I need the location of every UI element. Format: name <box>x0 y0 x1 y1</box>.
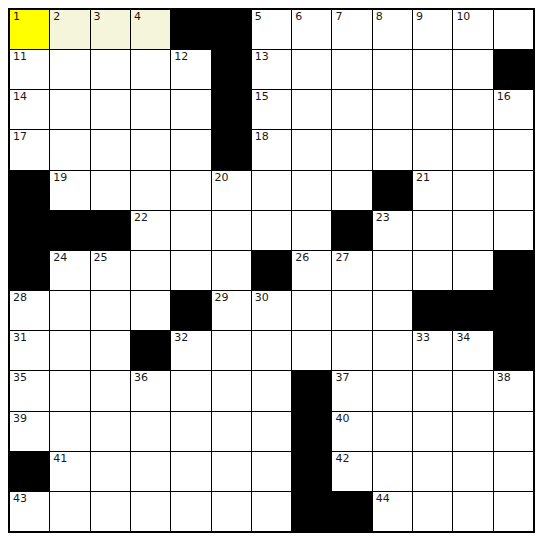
cell-r6c5[interactable] <box>171 211 210 250</box>
cell-r6c11[interactable] <box>413 211 452 250</box>
cell-r10c9[interactable]: 37 <box>332 371 371 410</box>
clue-number: 35 <box>13 372 27 385</box>
cell-r5c4[interactable] <box>131 171 170 210</box>
cell-r10c12[interactable] <box>453 371 492 410</box>
cell-r13c4[interactable] <box>131 492 170 531</box>
cell-r9c10[interactable] <box>373 331 412 370</box>
clue-number: 44 <box>376 493 390 506</box>
cell-r5c13[interactable] <box>494 171 533 210</box>
cell-r4c10[interactable] <box>373 130 412 169</box>
cell-r8c6[interactable]: 29 <box>212 291 251 330</box>
cell-r10c13[interactable]: 38 <box>494 371 533 410</box>
clue-number: 19 <box>53 172 67 185</box>
clue-number: 38 <box>497 372 511 385</box>
cell-r7c10[interactable] <box>373 251 412 290</box>
clue-number: 6 <box>295 11 302 24</box>
block-r7c7 <box>252 251 291 290</box>
clue-number: 28 <box>13 292 27 305</box>
cell-r3c9[interactable] <box>332 90 371 129</box>
cell-r4c2[interactable] <box>50 130 89 169</box>
clue-number: 10 <box>456 11 470 24</box>
cell-r3c8[interactable] <box>292 90 331 129</box>
cell-r1c3[interactable]: 3 <box>91 10 130 49</box>
cell-r2c8[interactable] <box>292 50 331 89</box>
block-r10c8 <box>292 371 331 410</box>
clue-number: 18 <box>255 131 269 144</box>
cell-r1c2[interactable]: 2 <box>50 10 89 49</box>
cell-r1c10[interactable]: 8 <box>373 10 412 49</box>
clue-number: 2 <box>53 11 60 24</box>
cell-r9c1[interactable]: 31 <box>10 331 49 370</box>
block-r13c9 <box>332 492 371 531</box>
clue-number: 3 <box>94 11 101 24</box>
block-r2c13 <box>494 50 533 89</box>
cell-r12c4[interactable] <box>131 452 170 491</box>
cell-r7c9[interactable]: 27 <box>332 251 371 290</box>
cell-r4c9[interactable] <box>332 130 371 169</box>
cell-r2c9[interactable] <box>332 50 371 89</box>
cell-r12c2[interactable]: 41 <box>50 452 89 491</box>
block-r2c6 <box>212 50 251 89</box>
cell-r1c9[interactable]: 7 <box>332 10 371 49</box>
cell-r7c2[interactable]: 24 <box>50 251 89 290</box>
clue-number: 8 <box>376 11 383 24</box>
clue-number: 25 <box>94 252 108 265</box>
clue-number: 33 <box>416 332 430 345</box>
cell-r9c7[interactable] <box>252 331 291 370</box>
cell-r1c7[interactable]: 5 <box>252 10 291 49</box>
clue-number: 31 <box>13 332 27 345</box>
cell-r5c3[interactable] <box>91 171 130 210</box>
cell-r9c12[interactable]: 34 <box>453 331 492 370</box>
cell-r4c13[interactable] <box>494 130 533 169</box>
block-r5c1 <box>10 171 49 210</box>
cell-r12c5[interactable] <box>171 452 210 491</box>
clue-number: 39 <box>13 413 27 426</box>
clue-number: 11 <box>13 51 27 64</box>
cell-r13c2[interactable] <box>50 492 89 531</box>
cell-r1c4[interactable]: 4 <box>131 10 170 49</box>
cell-r3c10[interactable] <box>373 90 412 129</box>
block-r3c6 <box>212 90 251 129</box>
cell-r12c7[interactable] <box>252 452 291 491</box>
clue-number: 29 <box>215 292 229 305</box>
cell-r1c12[interactable]: 10 <box>453 10 492 49</box>
block-r6c9 <box>332 211 371 250</box>
cell-r12c6[interactable] <box>212 452 251 491</box>
cell-r12c3[interactable] <box>91 452 130 491</box>
block-r1c6 <box>212 10 251 49</box>
cell-r13c7[interactable] <box>252 492 291 531</box>
cell-r7c12[interactable] <box>453 251 492 290</box>
cell-r3c4[interactable] <box>131 90 170 129</box>
cell-r11c2[interactable] <box>50 412 89 451</box>
cell-r6c4[interactable]: 22 <box>131 211 170 250</box>
cell-r6c10[interactable]: 23 <box>373 211 412 250</box>
cell-r7c8[interactable]: 26 <box>292 251 331 290</box>
cell-r4c11[interactable] <box>413 130 452 169</box>
block-r6c3 <box>91 211 130 250</box>
cell-r12c11[interactable] <box>413 452 452 491</box>
cell-r4c8[interactable] <box>292 130 331 169</box>
clue-number: 7 <box>335 11 342 24</box>
cell-r13c12[interactable] <box>453 492 492 531</box>
cell-r5c2[interactable]: 19 <box>50 171 89 210</box>
cell-r4c3[interactable] <box>91 130 130 169</box>
block-r13c8 <box>292 492 331 531</box>
selected-cell-r1c1[interactable]: 1 <box>10 10 49 49</box>
cell-r3c5[interactable] <box>171 90 210 129</box>
block-r5c10 <box>373 171 412 210</box>
cell-r7c3[interactable]: 25 <box>91 251 130 290</box>
cell-r11c13[interactable] <box>494 412 533 451</box>
cell-r5c7[interactable] <box>252 171 291 210</box>
clue-number: 9 <box>416 11 423 24</box>
cell-r2c12[interactable] <box>453 50 492 89</box>
cell-r3c7[interactable]: 15 <box>252 90 291 129</box>
block-r12c1 <box>10 452 49 491</box>
crossword-grid: 1234567891011121314151617181920212223242… <box>8 8 535 533</box>
cell-r5c6[interactable]: 20 <box>212 171 251 210</box>
cell-r5c11[interactable]: 21 <box>413 171 452 210</box>
cell-r2c1[interactable]: 11 <box>10 50 49 89</box>
cell-r6c13[interactable] <box>494 211 533 250</box>
clue-number: 42 <box>335 453 349 466</box>
cell-r7c11[interactable] <box>413 251 452 290</box>
cell-r13c13[interactable] <box>494 492 533 531</box>
cell-r4c12[interactable] <box>453 130 492 169</box>
cell-r8c9[interactable] <box>332 291 371 330</box>
block-r8c13 <box>494 291 533 330</box>
clue-number: 17 <box>13 131 27 144</box>
cell-r2c4[interactable] <box>131 50 170 89</box>
cell-r3c12[interactable] <box>453 90 492 129</box>
cell-r6c8[interactable] <box>292 211 331 250</box>
cell-r12c12[interactable] <box>453 452 492 491</box>
clue-number: 12 <box>174 51 188 64</box>
cell-r13c6[interactable] <box>212 492 251 531</box>
clue-number: 24 <box>53 252 67 265</box>
cell-r8c10[interactable] <box>373 291 412 330</box>
cell-r3c2[interactable] <box>50 90 89 129</box>
clue-number: 21 <box>416 172 430 185</box>
clue-number: 5 <box>255 11 262 24</box>
cell-r6c6[interactable] <box>212 211 251 250</box>
cell-r2c2[interactable] <box>50 50 89 89</box>
cell-r7c4[interactable] <box>131 251 170 290</box>
clue-number: 36 <box>134 372 148 385</box>
clue-number: 34 <box>456 332 470 345</box>
cell-r13c5[interactable] <box>171 492 210 531</box>
cell-r13c3[interactable] <box>91 492 130 531</box>
cell-r11c5[interactable] <box>171 412 210 451</box>
crossword-page: 1234567891011121314151617181920212223242… <box>0 0 546 541</box>
cell-r5c5[interactable] <box>171 171 210 210</box>
block-r7c13 <box>494 251 533 290</box>
block-r7c1 <box>10 251 49 290</box>
cell-r8c7[interactable]: 30 <box>252 291 291 330</box>
cell-r4c4[interactable] <box>131 130 170 169</box>
cell-r8c4[interactable] <box>131 291 170 330</box>
block-r8c11 <box>413 291 452 330</box>
cell-r5c12[interactable] <box>453 171 492 210</box>
cell-r10c7[interactable] <box>252 371 291 410</box>
cell-r9c5[interactable]: 32 <box>171 331 210 370</box>
cell-r3c3[interactable] <box>91 90 130 129</box>
block-r4c6 <box>212 130 251 169</box>
cell-r2c3[interactable] <box>91 50 130 89</box>
clue-number: 32 <box>174 332 188 345</box>
clue-number: 22 <box>134 212 148 225</box>
cell-r1c8[interactable]: 6 <box>292 10 331 49</box>
clue-number: 43 <box>13 493 27 506</box>
block-r9c13 <box>494 331 533 370</box>
cell-r10c1[interactable]: 35 <box>10 371 49 410</box>
cell-r10c5[interactable] <box>171 371 210 410</box>
clue-number: 27 <box>335 252 349 265</box>
cell-r6c7[interactable] <box>252 211 291 250</box>
block-r12c8 <box>292 452 331 491</box>
cell-r9c8[interactable] <box>292 331 331 370</box>
clue-number: 23 <box>376 212 390 225</box>
block-r9c4 <box>131 331 170 370</box>
cell-r3c13[interactable]: 16 <box>494 90 533 129</box>
cell-r10c3[interactable] <box>91 371 130 410</box>
cell-r7c6[interactable] <box>212 251 251 290</box>
cell-r8c8[interactable] <box>292 291 331 330</box>
clue-number: 13 <box>255 51 269 64</box>
block-r8c5 <box>171 291 210 330</box>
cell-r9c3[interactable] <box>91 331 130 370</box>
cell-r9c11[interactable]: 33 <box>413 331 452 370</box>
clue-number: 1 <box>13 11 20 24</box>
cell-r13c10[interactable]: 44 <box>373 492 412 531</box>
clue-number: 30 <box>255 292 269 305</box>
cell-r6c12[interactable] <box>453 211 492 250</box>
cell-r11c7[interactable] <box>252 412 291 451</box>
block-r6c2 <box>50 211 89 250</box>
cell-r13c11[interactable] <box>413 492 452 531</box>
cell-r4c5[interactable] <box>171 130 210 169</box>
cell-r9c2[interactable] <box>50 331 89 370</box>
cell-r8c3[interactable] <box>91 291 130 330</box>
block-r6c1 <box>10 211 49 250</box>
block-r11c8 <box>292 412 331 451</box>
cell-r11c9[interactable]: 40 <box>332 412 371 451</box>
cell-r10c2[interactable] <box>50 371 89 410</box>
cell-r8c2[interactable] <box>50 291 89 330</box>
cell-r5c8[interactable] <box>292 171 331 210</box>
clue-number: 26 <box>295 252 309 265</box>
cell-r3c1[interactable]: 14 <box>10 90 49 129</box>
clue-number: 14 <box>13 91 27 104</box>
cell-r11c4[interactable] <box>131 412 170 451</box>
cell-r10c10[interactable] <box>373 371 412 410</box>
cell-r1c13[interactable] <box>494 10 533 49</box>
cell-r13c1[interactable]: 43 <box>10 492 49 531</box>
cell-r12c13[interactable] <box>494 452 533 491</box>
cell-r7c5[interactable] <box>171 251 210 290</box>
cell-r12c10[interactable] <box>373 452 412 491</box>
cell-r5c9[interactable] <box>332 171 371 210</box>
clue-number: 37 <box>335 372 349 385</box>
cell-r2c7[interactable]: 13 <box>252 50 291 89</box>
cell-r1c11[interactable]: 9 <box>413 10 452 49</box>
clue-number: 20 <box>215 172 229 185</box>
cell-r10c11[interactable] <box>413 371 452 410</box>
cell-r10c4[interactable]: 36 <box>131 371 170 410</box>
cell-r12c9[interactable]: 42 <box>332 452 371 491</box>
cell-r4c7[interactable]: 18 <box>252 130 291 169</box>
cell-r11c1[interactable]: 39 <box>10 412 49 451</box>
cell-r11c10[interactable] <box>373 412 412 451</box>
cell-r2c5[interactable]: 12 <box>171 50 210 89</box>
cell-r2c10[interactable] <box>373 50 412 89</box>
cell-r3c11[interactable] <box>413 90 452 129</box>
block-r1c5 <box>171 10 210 49</box>
cell-r11c11[interactable] <box>413 412 452 451</box>
cell-r4c1[interactable]: 17 <box>10 130 49 169</box>
cell-r11c3[interactable] <box>91 412 130 451</box>
clue-number: 40 <box>335 413 349 426</box>
cell-r9c9[interactable] <box>332 331 371 370</box>
cell-r11c6[interactable] <box>212 412 251 451</box>
cell-r2c11[interactable] <box>413 50 452 89</box>
clue-number: 16 <box>497 91 511 104</box>
block-r8c12 <box>453 291 492 330</box>
clue-number: 4 <box>134 11 141 24</box>
clue-number: 41 <box>53 453 67 466</box>
cell-r9c6[interactable] <box>212 331 251 370</box>
cell-r8c1[interactable]: 28 <box>10 291 49 330</box>
clue-number: 15 <box>255 91 269 104</box>
cell-r11c12[interactable] <box>453 412 492 451</box>
cell-r10c6[interactable] <box>212 371 251 410</box>
